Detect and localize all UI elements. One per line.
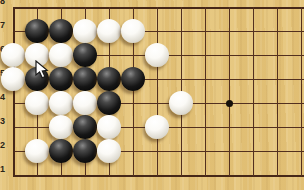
black-stone[interactable]	[73, 139, 97, 163]
row-coordinate-label: 2	[0, 140, 10, 150]
white-stone[interactable]	[169, 91, 193, 115]
white-stone[interactable]	[49, 115, 73, 139]
black-stone[interactable]	[121, 67, 145, 91]
row-coordinate-label: 3	[0, 116, 10, 126]
black-stone[interactable]	[97, 91, 121, 115]
black-stone[interactable]	[73, 43, 97, 67]
black-stone[interactable]	[73, 115, 97, 139]
white-stone[interactable]	[25, 139, 49, 163]
white-stone[interactable]	[97, 115, 121, 139]
black-stone[interactable]	[25, 67, 49, 91]
row-coordinate-label: 4	[0, 92, 10, 102]
white-stone[interactable]	[73, 91, 97, 115]
white-stone[interactable]	[49, 91, 73, 115]
row-coordinate-label: 8	[0, 0, 10, 6]
black-stone[interactable]	[49, 139, 73, 163]
white-stone[interactable]	[25, 91, 49, 115]
black-stone[interactable]	[49, 19, 73, 43]
white-stone[interactable]	[145, 115, 169, 139]
go-board[interactable]: 87654321	[0, 0, 304, 190]
grid-line-vertical	[157, 7, 158, 176]
white-stone[interactable]	[97, 19, 121, 43]
white-stone[interactable]	[1, 67, 25, 91]
white-stone[interactable]	[25, 43, 49, 67]
white-stone[interactable]	[49, 43, 73, 67]
white-stone[interactable]	[97, 139, 121, 163]
marked-point-dot	[226, 100, 233, 107]
grid-line-vertical	[253, 7, 254, 176]
grid-line-vertical	[301, 7, 302, 176]
grid-line-vertical	[13, 7, 15, 176]
grid-line-vertical	[277, 7, 278, 176]
black-stone[interactable]	[73, 67, 97, 91]
white-stone[interactable]	[145, 43, 169, 67]
black-stone[interactable]	[25, 19, 49, 43]
row-coordinate-label: 1	[0, 164, 10, 174]
row-coordinate-label: 7	[0, 20, 10, 30]
white-stone[interactable]	[1, 43, 25, 67]
go-client-window: 87654321	[0, 0, 304, 190]
grid-line-horizontal	[13, 175, 304, 177]
black-stone[interactable]	[49, 67, 73, 91]
grid-line-vertical	[229, 7, 230, 176]
grid-line-vertical	[205, 7, 206, 176]
white-stone[interactable]	[121, 19, 145, 43]
grid-line-horizontal	[13, 7, 304, 9]
white-stone[interactable]	[73, 19, 97, 43]
black-stone[interactable]	[97, 67, 121, 91]
